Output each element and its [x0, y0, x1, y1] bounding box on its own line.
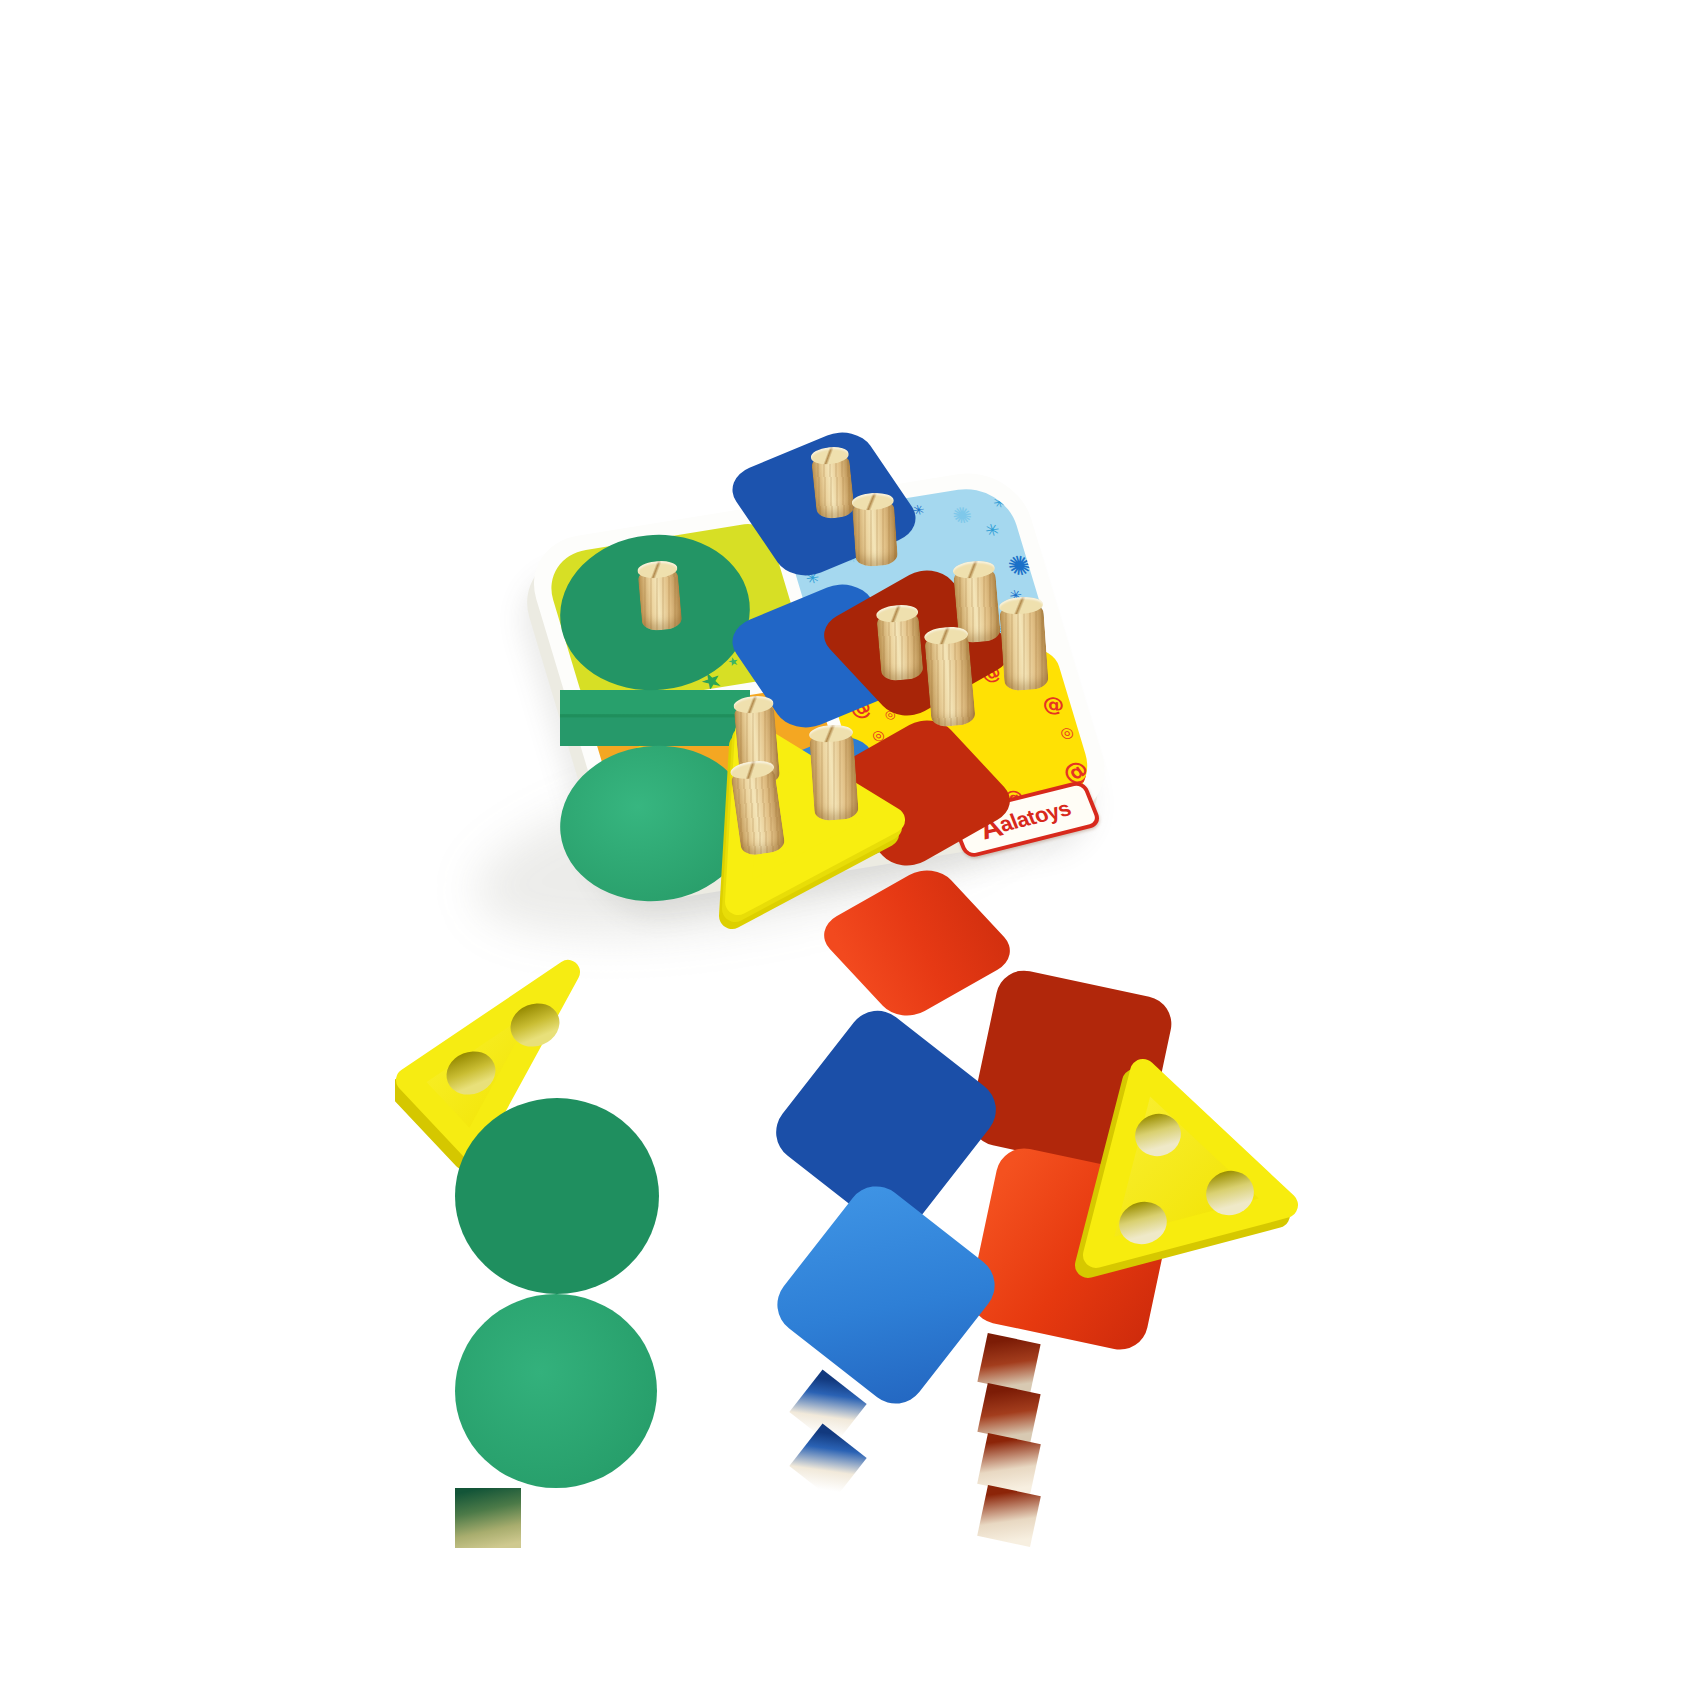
wooden-peg — [999, 603, 1049, 692]
wooden-peg — [924, 632, 976, 727]
circle-side — [455, 1098, 659, 1294]
through-hole — [455, 1488, 521, 1548]
wooden-peg — [637, 566, 682, 631]
through-hole — [789, 1423, 866, 1500]
loose-blue-square — [800, 958, 1035, 1213]
piece-shadow — [395, 905, 585, 955]
circle-face — [455, 1294, 657, 1488]
product-photo: ★★★★★★★★★★★★★★★★★ ✺✳✺✳✺✳✺✳✺✳✺✳✺✳✺✳✳ ●●●●… — [0, 0, 1700, 1700]
loose-green-circle — [455, 1018, 680, 1253]
triangle-piece-shape — [1055, 1052, 1305, 1292]
pattern-glyph: ✳ — [992, 495, 1009, 511]
wooden-peg — [876, 610, 924, 681]
through-hole — [977, 1485, 1041, 1547]
piece-shadow — [455, 1018, 665, 1098]
square-face — [765, 1174, 1006, 1415]
piece-shadow — [1055, 1002, 1255, 1052]
wooden-peg — [809, 731, 859, 822]
wooden-peg — [852, 499, 899, 568]
yellow-triangle-stack — [700, 690, 930, 940]
loose-yellow-triangle-right — [1055, 1002, 1305, 1242]
wooden-peg — [811, 452, 855, 520]
